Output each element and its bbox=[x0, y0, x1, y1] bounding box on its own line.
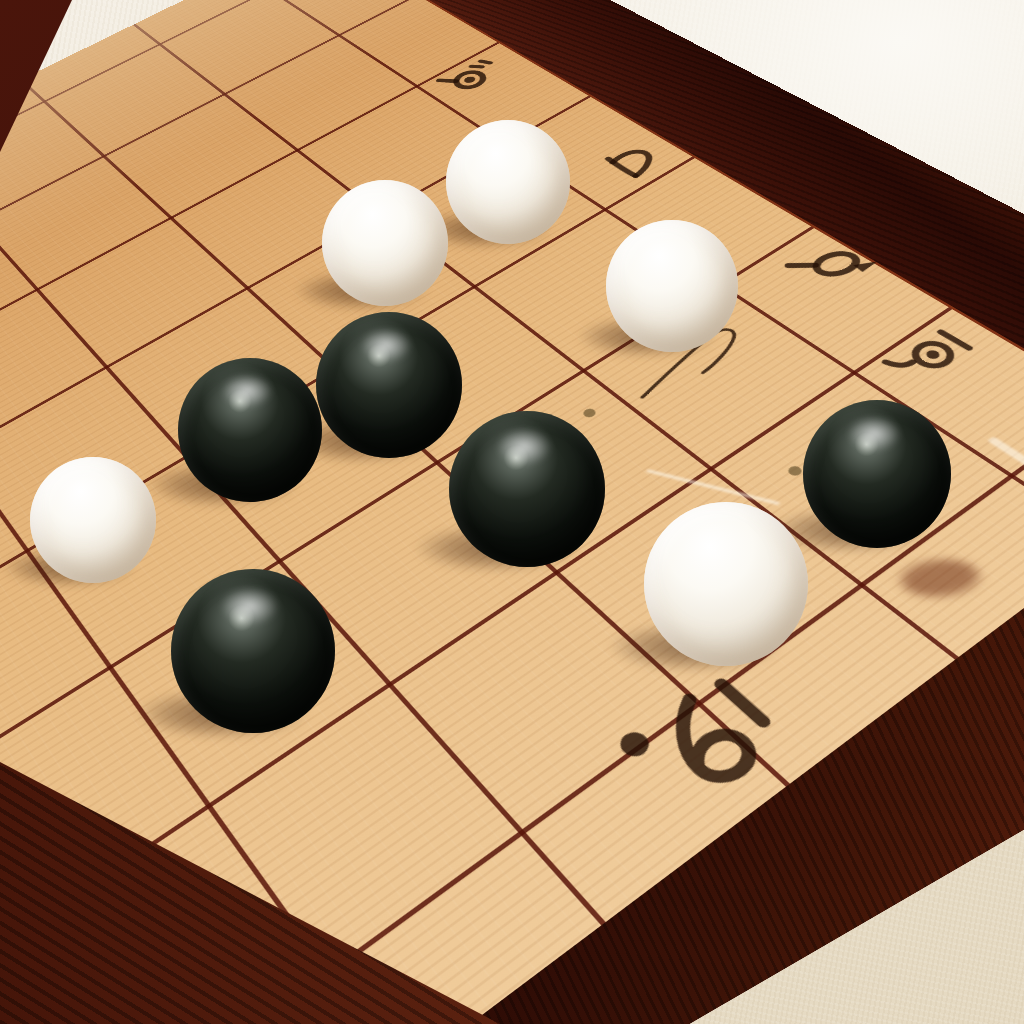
board-photo-scene bbox=[0, 0, 1024, 1024]
stone-white[interactable] bbox=[322, 180, 448, 306]
stone-black[interactable] bbox=[171, 569, 335, 733]
stone-black[interactable] bbox=[803, 400, 951, 548]
stone-white[interactable] bbox=[606, 220, 738, 352]
stone-white[interactable] bbox=[30, 457, 156, 583]
stone-black[interactable] bbox=[178, 358, 322, 502]
pieces-layer bbox=[0, 0, 1024, 1024]
stone-black[interactable] bbox=[449, 411, 605, 567]
stone-black[interactable] bbox=[316, 312, 462, 458]
stone-white[interactable] bbox=[644, 502, 808, 666]
stone-white[interactable] bbox=[446, 120, 570, 244]
